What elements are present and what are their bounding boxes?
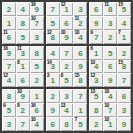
- cell-r8c3[interactable]: 166: [30, 103, 44, 117]
- solution-digit: 2: [21, 107, 25, 115]
- solution-digit: 7: [7, 63, 11, 71]
- cell-r8c6[interactable]: 1: [73, 103, 87, 117]
- solution-digit: 2: [34, 77, 38, 85]
- solution-digit: 8: [50, 34, 54, 42]
- solution-digit: 5: [108, 50, 112, 58]
- cell-r4c2[interactable]: 113: [16, 46, 30, 60]
- cell-r5c9[interactable]: 158: [117, 60, 131, 74]
- solution-digit: 7: [50, 6, 54, 14]
- solution-digit: 6: [122, 93, 126, 101]
- cell-r1c5[interactable]: 121: [60, 2, 74, 16]
- cell-r7c6[interactable]: 7: [73, 89, 87, 103]
- solution-digit: 8: [21, 20, 25, 28]
- cell-r5c1[interactable]: 7: [2, 60, 16, 74]
- cell-r6c6[interactable]: 158: [73, 73, 87, 87]
- cell-r6c7[interactable]: 123: [89, 73, 103, 87]
- cell-r6c1[interactable]: 124: [2, 73, 16, 87]
- cell-r1c6[interactable]: 3: [73, 2, 87, 16]
- solution-digit: 8: [122, 63, 126, 71]
- cell-r2c7[interactable]: 9: [89, 16, 103, 30]
- solution-digit: 3: [108, 20, 112, 28]
- solution-digit: 3: [64, 93, 68, 101]
- cell-r5c5[interactable]: 2: [60, 60, 74, 74]
- solution-digit: 6: [78, 50, 82, 58]
- cell-r2c9[interactable]: 4: [117, 16, 131, 30]
- solution-digit: 8: [34, 50, 38, 58]
- cell-r1c7[interactable]: 6: [89, 2, 103, 16]
- solution-digit: 9: [122, 121, 126, 129]
- cell-r4c3[interactable]: 8: [30, 46, 44, 60]
- cell-r4c9[interactable]: 2: [117, 46, 131, 60]
- solution-digit: 5: [122, 6, 126, 14]
- block-5: 476143293185158: [45, 45, 89, 89]
- cell-r4c1[interactable]: 169: [2, 46, 16, 60]
- cell-r9c4[interactable]: 6: [46, 117, 60, 131]
- cell-r3c7[interactable]: 97: [89, 30, 103, 44]
- solution-digit: 9: [108, 77, 112, 85]
- block-4: 1691138781512462: [1, 45, 45, 89]
- cell-r5c3[interactable]: 5: [30, 60, 44, 74]
- cell-r6c5[interactable]: 85: [60, 73, 74, 87]
- cell-r5c6[interactable]: 9: [73, 60, 87, 74]
- cell-r7c3[interactable]: 1: [30, 89, 44, 103]
- cell-r8c1[interactable]: 95: [2, 103, 16, 117]
- cell-r5c8[interactable]: 6: [103, 60, 117, 74]
- cell-r3c9[interactable]: 71: [117, 30, 131, 44]
- solution-digit: 3: [122, 107, 126, 115]
- solution-digit: 9: [78, 63, 82, 71]
- solution-digit: 9: [21, 93, 25, 101]
- cell-r9c6[interactable]: 75: [73, 117, 87, 131]
- solution-digit: 7: [34, 20, 38, 28]
- solution-digit: 5: [34, 63, 38, 71]
- cell-r3c5[interactable]: 109: [60, 30, 74, 44]
- solution-digit: 9: [64, 34, 68, 42]
- cell-r2c4[interactable]: 5: [46, 16, 60, 30]
- cell-r1c1[interactable]: 2: [2, 2, 16, 16]
- cell-r4c8[interactable]: 5: [103, 46, 117, 60]
- solution-digit: 5: [21, 34, 25, 42]
- solution-digit: 1: [94, 50, 98, 58]
- cell-r8c4[interactable]: 9: [46, 103, 60, 117]
- solution-digit: 7: [122, 77, 126, 85]
- solution-digit: 6: [34, 107, 38, 115]
- solution-digit: 3: [78, 6, 82, 14]
- solution-digit: 1: [122, 34, 126, 42]
- solution-digit: 3: [94, 77, 98, 85]
- solution-digit: 6: [64, 20, 68, 28]
- block-7: 81091958216637104: [1, 88, 45, 132]
- solution-digit: 1: [7, 20, 11, 28]
- solution-digit: 3: [34, 34, 38, 42]
- solution-digit: 1: [78, 107, 82, 115]
- solution-digit: 8: [78, 77, 82, 85]
- solution-digit: 4: [78, 34, 82, 42]
- solution-digit: 7: [64, 50, 68, 58]
- cell-r7c7[interactable]: 135: [89, 89, 103, 103]
- cell-r8c8[interactable]: 107: [103, 103, 117, 117]
- solution-digit: 6: [21, 77, 25, 85]
- cell-r3c1[interactable]: 116: [2, 30, 16, 44]
- block-1: 241691810711653: [1, 1, 45, 45]
- solution-digit: 5: [64, 77, 68, 85]
- cell-r3c6[interactable]: 104: [73, 30, 87, 44]
- block-6: 6152104615812397: [88, 45, 132, 89]
- cell-r7c5[interactable]: 3: [60, 89, 74, 103]
- solution-digit: 4: [21, 6, 25, 14]
- cell-r3c8[interactable]: 2: [103, 30, 117, 44]
- cage-sum: 8: [17, 103, 19, 108]
- cell-r2c3[interactable]: 107: [30, 16, 44, 30]
- cell-r7c2[interactable]: 109: [16, 89, 30, 103]
- solution-digit: 4: [64, 107, 68, 115]
- killer-sudoku-board: 2416918107116537121356112128109104611815…: [0, 0, 133, 133]
- cell-r5c2[interactable]: 81: [16, 60, 30, 74]
- solution-digit: 4: [108, 93, 112, 101]
- cell-r8c7[interactable]: 8: [89, 103, 103, 117]
- cell-r4c4[interactable]: 4: [46, 46, 60, 60]
- solution-digit: 4: [7, 77, 11, 85]
- cell-r9c8[interactable]: 101: [103, 117, 117, 131]
- cell-r6c4[interactable]: 31: [46, 73, 60, 87]
- cell-r4c6[interactable]: 6: [73, 46, 87, 60]
- cell-r4c7[interactable]: 61: [89, 46, 103, 60]
- cell-r1c9[interactable]: 155: [117, 2, 131, 16]
- cell-r7c1[interactable]: 8: [2, 89, 16, 103]
- cell-r2c1[interactable]: 1: [2, 16, 16, 30]
- cage-sum: 7: [118, 30, 120, 35]
- solution-digit: 5: [94, 93, 98, 101]
- solution-digit: 2: [50, 93, 54, 101]
- solution-digit: 6: [94, 6, 98, 14]
- solution-digit: 3: [50, 63, 54, 71]
- solution-digit: 6: [108, 63, 112, 71]
- cell-r6c8[interactable]: 9: [103, 73, 117, 87]
- cell-r2c5[interactable]: 6: [60, 16, 74, 30]
- block-8: 237913416875: [45, 88, 89, 132]
- solution-digit: 2: [78, 20, 82, 28]
- solution-digit: 2: [94, 121, 98, 129]
- solution-digit: 1: [34, 93, 38, 101]
- cell-r6c9[interactable]: 7: [117, 73, 131, 87]
- solution-digit: 7: [21, 121, 25, 129]
- solution-digit: 3: [21, 50, 25, 58]
- cell-r7c9[interactable]: 6: [117, 89, 131, 103]
- block-2: 7121356112128109104: [45, 1, 89, 45]
- cell-r3c2[interactable]: 5: [16, 30, 30, 44]
- solution-digit: 3: [7, 121, 11, 129]
- cell-r7c4[interactable]: 2: [46, 89, 60, 103]
- solution-digit: 9: [94, 20, 98, 28]
- solution-digit: 1: [108, 121, 112, 129]
- cell-r1c2[interactable]: 4: [16, 2, 30, 16]
- cell-r1c8[interactable]: 118: [103, 2, 117, 16]
- solution-digit: 5: [50, 20, 54, 28]
- solution-digit: 8: [7, 93, 11, 101]
- solution-digit: 4: [50, 50, 54, 58]
- cell-r9c2[interactable]: 7: [16, 117, 30, 131]
- cell-r2c8[interactable]: 3: [103, 16, 117, 30]
- cell-r8c5[interactable]: 134: [60, 103, 74, 117]
- solution-digit: 1: [50, 77, 54, 85]
- cell-r1c4[interactable]: 7: [46, 2, 60, 16]
- solution-digit: 5: [7, 107, 11, 115]
- cage-sum: 9: [3, 103, 5, 108]
- solution-digit: 6: [7, 34, 11, 42]
- block-9: 13510468107321019: [88, 88, 132, 132]
- block-3: 611815593497271: [88, 1, 132, 45]
- solution-digit: 7: [108, 107, 112, 115]
- solution-digit: 7: [94, 34, 98, 42]
- sudoku-grid: 2416918107116537121356112128109104611815…: [0, 0, 133, 133]
- solution-digit: 5: [78, 121, 82, 129]
- solution-digit: 2: [108, 34, 112, 42]
- cell-r7c8[interactable]: 104: [103, 89, 117, 103]
- solution-digit: 8: [64, 121, 68, 129]
- solution-digit: 4: [34, 121, 38, 129]
- cell-r2c2[interactable]: 8: [16, 16, 30, 30]
- solution-digit: 6: [50, 121, 54, 129]
- cell-r9c5[interactable]: 8: [60, 117, 74, 131]
- cell-r4c5[interactable]: 7: [60, 46, 74, 60]
- solution-digit: 2: [122, 50, 126, 58]
- cell-r9c1[interactable]: 3: [2, 117, 16, 131]
- solution-digit: 8: [108, 6, 112, 14]
- cell-r3c3[interactable]: 3: [30, 30, 44, 44]
- solution-digit: 8: [94, 107, 98, 115]
- cell-r5c4[interactable]: 143: [46, 60, 60, 74]
- cell-r8c2[interactable]: 82: [16, 103, 30, 117]
- solution-digit: 2: [64, 63, 68, 71]
- solution-digit: 9: [7, 50, 11, 58]
- cell-r6c2[interactable]: 6: [16, 73, 30, 87]
- cell-r3c4[interactable]: 128: [46, 30, 60, 44]
- solution-digit: 2: [7, 6, 11, 14]
- solution-digit: 9: [50, 107, 54, 115]
- cell-r9c7[interactable]: 2: [89, 117, 103, 131]
- solution-digit: 4: [122, 20, 126, 28]
- solution-digit: 1: [64, 6, 68, 14]
- cage-sum: 6: [90, 46, 92, 51]
- cage-sum: 8: [17, 60, 19, 65]
- cell-r1c3[interactable]: 169: [30, 2, 44, 16]
- cell-r9c3[interactable]: 104: [30, 117, 44, 131]
- cell-r2c6[interactable]: 112: [73, 16, 87, 30]
- solution-digit: 9: [34, 6, 38, 14]
- cell-r5c7[interactable]: 104: [89, 60, 103, 74]
- cage-sum: 3: [47, 73, 49, 78]
- solution-digit: 7: [78, 93, 82, 101]
- cage-sum: 8: [61, 73, 63, 78]
- solution-digit: 4: [94, 63, 98, 71]
- solution-digit: 1: [21, 63, 25, 71]
- cell-r6c3[interactable]: 2: [30, 73, 44, 87]
- cell-r8c9[interactable]: 3: [117, 103, 131, 117]
- cell-r9c9[interactable]: 9: [117, 117, 131, 131]
- cage-sum: 9: [90, 30, 92, 35]
- cage-sum: 7: [74, 117, 76, 122]
